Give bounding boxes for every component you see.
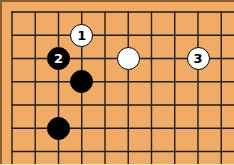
stone-white-move-3: 3 (187, 47, 210, 70)
stone-white-move-1: 1 (70, 24, 93, 47)
board-frame-bottom (0, 164, 234, 165)
stone-black-move-2: 2 (47, 47, 70, 70)
go-board: 123 (0, 0, 234, 165)
stone-number: 2 (54, 52, 63, 65)
grid-lines (0, 0, 234, 165)
board-frame-left (0, 0, 2, 165)
stone-white (117, 47, 140, 70)
stone-number: 3 (193, 52, 202, 65)
stone-black (47, 117, 70, 140)
stone-number: 1 (77, 28, 86, 41)
board-frame-top (0, 0, 234, 2)
